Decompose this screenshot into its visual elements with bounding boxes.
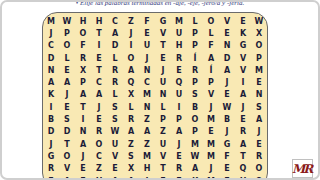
grid-cell[interactable]: R: [123, 113, 139, 125]
grid-cell[interactable]: A: [219, 64, 235, 76]
grid-cell[interactable]: R: [75, 52, 91, 64]
grid-cell[interactable]: Z: [139, 138, 155, 150]
grid-cell[interactable]: J: [219, 76, 235, 88]
grid-cell[interactable]: W: [59, 15, 75, 27]
grid-cell[interactable]: M: [203, 138, 219, 150]
grid-cell[interactable]: V: [203, 89, 219, 101]
grid-cell[interactable]: J: [43, 27, 59, 39]
grid-cell[interactable]: I: [235, 76, 251, 88]
grid-cell[interactable]: C: [139, 76, 155, 88]
grid-cell[interactable]: X: [75, 64, 91, 76]
grid-cell[interactable]: K: [43, 89, 59, 101]
word-search-grid: MWHHCZFGMLOVEWJPOTAJEVUPLEKXCOFIDIUTHPFN…: [42, 12, 268, 180]
grid-cell[interactable]: S: [59, 113, 75, 125]
grid-cell[interactable]: O: [91, 138, 107, 150]
grid-cell[interactable]: R: [43, 163, 59, 175]
grid-cell[interactable]: H: [139, 163, 155, 175]
grid-cell[interactable]: O: [123, 52, 139, 64]
grid-cell[interactable]: R: [187, 64, 203, 76]
grid-cell[interactable]: W: [251, 15, 267, 27]
grid-cell[interactable]: J: [91, 101, 107, 113]
grid-cell[interactable]: P: [187, 40, 203, 52]
grid-cell[interactable]: E: [171, 175, 187, 180]
grid-cell[interactable]: A: [75, 89, 91, 101]
grid-cell[interactable]: X: [123, 163, 139, 175]
grid-cell[interactable]: N: [43, 64, 59, 76]
grid-cell[interactable]: U: [155, 138, 171, 150]
grid-cell[interactable]: F: [219, 150, 235, 162]
grid-cell[interactable]: V: [155, 27, 171, 39]
grid-cell[interactable]: P: [171, 113, 187, 125]
grid-cell[interactable]: Í: [203, 64, 219, 76]
grid-cell[interactable]: X: [251, 27, 267, 39]
grid-cell[interactable]: A: [123, 126, 139, 138]
grid-cell[interactable]: R: [91, 126, 107, 138]
grid-cell[interactable]: M: [203, 150, 219, 162]
grid-cell[interactable]: V: [59, 163, 75, 175]
grid-cell[interactable]: F: [139, 15, 155, 27]
grid-cell[interactable]: P: [187, 76, 203, 88]
grid-cell[interactable]: W: [107, 126, 123, 138]
grid-cell[interactable]: D: [219, 52, 235, 64]
grid-cell[interactable]: Z: [91, 163, 107, 175]
grid-cell[interactable]: E: [171, 64, 187, 76]
grid-cell[interactable]: V: [235, 64, 251, 76]
worksheet-card: • Elije las palabras terminadas en -aje,…: [0, 0, 320, 180]
grid-cell[interactable]: Í: [187, 52, 203, 64]
grid-cell[interactable]: E: [203, 126, 219, 138]
grid-cell[interactable]: K: [187, 175, 203, 180]
grid-cell[interactable]: N: [219, 40, 235, 52]
grid-cell[interactable]: R: [171, 163, 187, 175]
grid-cell[interactable]: R: [235, 126, 251, 138]
grid-cell[interactable]: Q: [235, 163, 251, 175]
grid-cell[interactable]: O: [75, 27, 91, 39]
grid-cell[interactable]: E: [59, 101, 75, 113]
grid-cell[interactable]: A: [91, 89, 107, 101]
grid-cell[interactable]: E: [251, 138, 267, 150]
grid-cell[interactable]: A: [43, 76, 59, 88]
grid-cell[interactable]: P: [187, 126, 203, 138]
grid-cell[interactable]: O: [251, 175, 267, 180]
grid-cell[interactable]: C: [91, 76, 107, 88]
grid-cell[interactable]: E: [75, 175, 91, 180]
grid-cell[interactable]: U: [171, 27, 187, 39]
grid-cell[interactable]: H: [171, 40, 187, 52]
grid-cell[interactable]: T: [59, 138, 75, 150]
grid-cell[interactable]: J: [203, 101, 219, 113]
grid-cell[interactable]: H: [91, 15, 107, 27]
grid-cell[interactable]: D: [107, 40, 123, 52]
grid-cell[interactable]: C: [107, 15, 123, 27]
grid-cell[interactable]: L: [203, 27, 219, 39]
grid-cell[interactable]: I: [171, 101, 187, 113]
grid-cell[interactable]: E: [75, 163, 91, 175]
grid-cell[interactable]: A: [75, 138, 91, 150]
grid-cell[interactable]: L: [123, 101, 139, 113]
grid-cell[interactable]: N: [139, 64, 155, 76]
grid-cell[interactable]: Z: [139, 113, 155, 125]
grid-cell[interactable]: L: [59, 52, 75, 64]
grid-cell[interactable]: S: [107, 113, 123, 125]
grid-cell[interactable]: E: [43, 175, 59, 180]
grid-cell[interactable]: G: [43, 150, 59, 162]
grid-cell[interactable]: E: [59, 64, 75, 76]
grid-cell[interactable]: U: [107, 138, 123, 150]
grid-cell[interactable]: M: [139, 150, 155, 162]
grid-cell[interactable]: L: [155, 101, 171, 113]
grid-cell[interactable]: A: [107, 175, 123, 180]
grid-cell[interactable]: M: [203, 175, 219, 180]
grid-cell[interactable]: J: [235, 101, 251, 113]
grid-cell[interactable]: G: [155, 15, 171, 27]
grid-cell[interactable]: J: [203, 163, 219, 175]
grid-cell[interactable]: I: [75, 113, 91, 125]
grid-cell[interactable]: L: [187, 15, 203, 27]
grid-cell[interactable]: C: [43, 40, 59, 52]
grid-cell[interactable]: A: [251, 113, 267, 125]
grid-cell[interactable]: B: [187, 101, 203, 113]
grid-cell[interactable]: U: [171, 89, 187, 101]
grid-cell[interactable]: F: [75, 40, 91, 52]
grid-cell[interactable]: J: [75, 150, 91, 162]
grid-cell[interactable]: E: [219, 163, 235, 175]
grid-cell[interactable]: O: [251, 163, 267, 175]
grid-cell[interactable]: E: [219, 175, 235, 180]
grid-cell[interactable]: M: [139, 89, 155, 101]
grid-cell[interactable]: P: [251, 52, 267, 64]
grid-cell[interactable]: N: [75, 126, 91, 138]
grid-cell[interactable]: Z: [123, 138, 139, 150]
grid-cell[interactable]: V: [235, 52, 251, 64]
grid-cell[interactable]: Q: [123, 76, 139, 88]
grid-cell[interactable]: E: [91, 113, 107, 125]
grid-cell[interactable]: M: [43, 15, 59, 27]
grid-cell[interactable]: L: [107, 52, 123, 64]
grid-cell[interactable]: M: [251, 64, 267, 76]
grid-cell[interactable]: W: [187, 150, 203, 162]
grid-cell[interactable]: A: [187, 163, 203, 175]
grid-cell[interactable]: J: [155, 64, 171, 76]
grid-cell[interactable]: V: [219, 15, 235, 27]
grid-cell[interactable]: X: [123, 89, 139, 101]
grid-cell[interactable]: A: [59, 76, 75, 88]
grid-cell[interactable]: A: [59, 175, 75, 180]
grid-cell[interactable]: A: [123, 64, 139, 76]
grid-cell[interactable]: P: [59, 27, 75, 39]
grid-cell[interactable]: E: [219, 27, 235, 39]
grid-cell[interactable]: V: [155, 150, 171, 162]
grid-cell[interactable]: R: [107, 76, 123, 88]
grid-cell[interactable]: A: [235, 138, 251, 150]
grid-cell[interactable]: J: [59, 89, 75, 101]
mr-logo: MR: [292, 159, 313, 178]
grid-cell[interactable]: J: [251, 126, 267, 138]
grid-cell[interactable]: A: [171, 126, 187, 138]
grid-cell[interactable]: D: [43, 126, 59, 138]
grid-cell[interactable]: E: [235, 15, 251, 27]
grid-cell[interactable]: D: [43, 52, 59, 64]
grid-cell[interactable]: P: [75, 76, 91, 88]
grid-cell[interactable]: T: [75, 101, 91, 113]
grid-cell[interactable]: A: [203, 52, 219, 64]
grid-cell[interactable]: U: [155, 76, 171, 88]
grid-cell[interactable]: G: [219, 138, 235, 150]
grid-cell[interactable]: E: [107, 163, 123, 175]
grid-cell[interactable]: G: [235, 40, 251, 52]
grid-cell[interactable]: E: [171, 150, 187, 162]
grid-cell[interactable]: T: [155, 163, 171, 175]
grid-cell[interactable]: A: [123, 175, 139, 180]
grid-cell[interactable]: T: [155, 40, 171, 52]
grid-cell[interactable]: E: [155, 52, 171, 64]
grid-cell[interactable]: W: [219, 101, 235, 113]
grid-cell[interactable]: N: [251, 89, 267, 101]
grid-cell[interactable]: H: [75, 15, 91, 27]
grid-cell[interactable]: B: [43, 113, 59, 125]
grid-cell[interactable]: T: [235, 150, 251, 162]
grid-cell[interactable]: E: [91, 52, 107, 64]
grid-cell[interactable]: J: [171, 138, 187, 150]
grid-cell[interactable]: S: [251, 101, 267, 113]
grid-cell[interactable]: R: [107, 64, 123, 76]
grid-cell[interactable]: R: [251, 150, 267, 162]
grid-cell[interactable]: J: [139, 175, 155, 180]
grid-cell[interactable]: M: [171, 15, 187, 27]
grid-cell[interactable]: Z: [155, 126, 171, 138]
grid-cell[interactable]: U: [139, 40, 155, 52]
grid-cell[interactable]: O: [59, 40, 75, 52]
grid-cell[interactable]: R: [171, 52, 187, 64]
grid-cell[interactable]: N: [139, 101, 155, 113]
grid-cell[interactable]: O: [203, 15, 219, 27]
grid-cell[interactable]: O: [59, 150, 75, 162]
grid-cell[interactable]: N: [155, 89, 171, 101]
grid-cell[interactable]: T: [91, 64, 107, 76]
grid-cell[interactable]: J: [123, 27, 139, 39]
grid-cell[interactable]: I: [91, 40, 107, 52]
grid-cell[interactable]: I: [43, 101, 59, 113]
grid-cell[interactable]: E: [155, 175, 171, 180]
grid-cell[interactable]: K: [235, 27, 251, 39]
grid-cell[interactable]: A: [139, 126, 155, 138]
grid-cell[interactable]: E: [251, 76, 267, 88]
grid-cell[interactable]: F: [203, 40, 219, 52]
grid-cell[interactable]: O: [187, 113, 203, 125]
grid-cell[interactable]: S: [187, 89, 203, 101]
grid-cell[interactable]: P: [203, 76, 219, 88]
grid-cell[interactable]: B: [219, 113, 235, 125]
grid-cell[interactable]: M: [203, 113, 219, 125]
grid-cell[interactable]: I: [123, 40, 139, 52]
grid-cell[interactable]: S: [107, 101, 123, 113]
grid-cell[interactable]: H: [91, 175, 107, 180]
grid-cell[interactable]: D: [59, 126, 75, 138]
grid-cell[interactable]: E: [219, 89, 235, 101]
grid-cell[interactable]: P: [187, 27, 203, 39]
grid-cell[interactable]: O: [251, 40, 267, 52]
grid-cell[interactable]: A: [235, 89, 251, 101]
grid-cell[interactable]: L: [107, 89, 123, 101]
grid-cell[interactable]: J: [139, 52, 155, 64]
grid-cell[interactable]: J: [219, 126, 235, 138]
grid-cell[interactable]: P: [155, 113, 171, 125]
grid-cell[interactable]: C: [91, 150, 107, 162]
puzzle-instructions: • Elije las palabras terminadas en -aje,…: [2, 0, 318, 8]
grid-cell[interactable]: A: [107, 27, 123, 39]
grid-cell[interactable]: T: [91, 27, 107, 39]
grid-cell[interactable]: H: [235, 175, 251, 180]
grid-cell[interactable]: J: [43, 138, 59, 150]
grid-cell[interactable]: E: [235, 113, 251, 125]
grid-cell[interactable]: Q: [171, 76, 187, 88]
grid-cell[interactable]: S: [123, 150, 139, 162]
grid-cell[interactable]: Z: [123, 15, 139, 27]
grid-cell[interactable]: M: [187, 138, 203, 150]
grid-cell[interactable]: E: [139, 27, 155, 39]
grid-cell[interactable]: V: [107, 150, 123, 162]
